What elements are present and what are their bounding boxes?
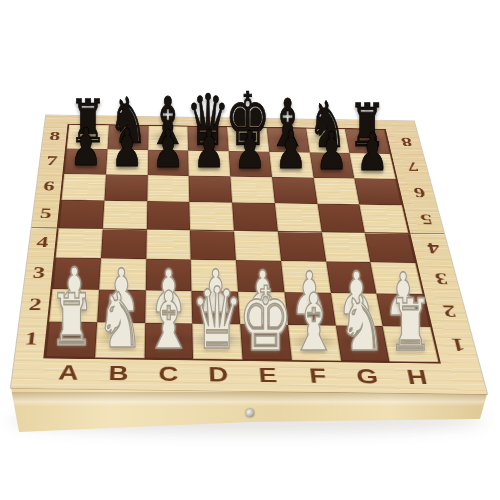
rank-label-right-7: 7 bbox=[398, 154, 428, 179]
rank-label-left-8: 8 bbox=[42, 124, 68, 148]
square-d5[interactable] bbox=[190, 202, 234, 231]
piece-white-queen-d1[interactable]: ♛ bbox=[191, 278, 244, 363]
rank-label-right-8: 8 bbox=[392, 130, 421, 154]
piece-black-pawn-e7[interactable]: ♟ bbox=[234, 125, 266, 177]
piece-black-pawn-a7[interactable]: ♟ bbox=[70, 122, 102, 174]
piece-black-pawn-f7[interactable]: ♟ bbox=[275, 125, 307, 177]
rank-label-right-5: 5 bbox=[411, 205, 443, 233]
square-h5[interactable] bbox=[360, 205, 409, 234]
rank-label-left-1: 1 bbox=[15, 321, 47, 357]
piece-black-pawn-h7[interactable]: ♟ bbox=[356, 127, 388, 179]
rank-label-right-2: 2 bbox=[432, 294, 467, 327]
square-b6[interactable] bbox=[104, 174, 147, 201]
chessboard-photo: 8877665544332211ABCDEFGH ♜♞♝♛♚♝♞♜♟♟♟♟♟♟♟… bbox=[0, 0, 500, 500]
square-a5[interactable] bbox=[59, 200, 105, 229]
front-edge-sheen bbox=[0, 392, 500, 406]
square-a6[interactable] bbox=[61, 174, 105, 201]
square-e5[interactable] bbox=[232, 203, 278, 232]
rank-label-left-5: 5 bbox=[32, 200, 60, 228]
piece-black-pawn-b7[interactable]: ♟ bbox=[111, 123, 143, 175]
piece-white-knight-b1[interactable]: ♞ bbox=[97, 283, 144, 359]
square-h6[interactable] bbox=[354, 178, 401, 205]
piece-white-knight-g1[interactable]: ♞ bbox=[339, 286, 386, 362]
piece-white-bishop-c1[interactable]: ♝ bbox=[144, 281, 193, 360]
square-c4[interactable] bbox=[146, 229, 191, 259]
square-f6[interactable] bbox=[272, 177, 317, 204]
square-d6[interactable] bbox=[189, 176, 232, 203]
piece-white-bishop-f1[interactable]: ♝ bbox=[289, 283, 338, 362]
square-a4[interactable] bbox=[56, 228, 103, 258]
square-g4[interactable] bbox=[321, 232, 370, 262]
piece-white-rook-h1[interactable]: ♜ bbox=[388, 290, 432, 362]
rank-label-left-7: 7 bbox=[39, 148, 66, 173]
rank-label-right-4: 4 bbox=[417, 233, 450, 263]
piece-black-pawn-d7[interactable]: ♟ bbox=[193, 124, 225, 176]
piece-white-king-e1[interactable]: ♚ bbox=[238, 276, 293, 364]
piece-white-rook-a1[interactable]: ♜ bbox=[49, 286, 93, 358]
square-g5[interactable] bbox=[317, 204, 365, 233]
rank-label-left-6: 6 bbox=[35, 173, 62, 200]
square-e4[interactable] bbox=[234, 231, 281, 261]
square-f5[interactable] bbox=[275, 203, 322, 232]
square-f4[interactable] bbox=[278, 231, 326, 261]
hinge-screw-icon bbox=[246, 409, 254, 417]
square-c5[interactable] bbox=[146, 201, 190, 230]
rank-label-right-1: 1 bbox=[440, 327, 477, 362]
square-d4[interactable] bbox=[190, 230, 236, 260]
square-b5[interactable] bbox=[103, 201, 147, 230]
square-g6[interactable] bbox=[313, 177, 359, 204]
rank-label-left-4: 4 bbox=[28, 228, 57, 258]
rank-label-right-6: 6 bbox=[404, 179, 435, 206]
piece-black-pawn-g7[interactable]: ♟ bbox=[315, 126, 347, 178]
square-e6[interactable] bbox=[230, 176, 274, 203]
rank-label-left-2: 2 bbox=[20, 288, 51, 321]
piece-black-pawn-c7[interactable]: ♟ bbox=[152, 123, 184, 175]
square-b4[interactable] bbox=[101, 229, 147, 259]
